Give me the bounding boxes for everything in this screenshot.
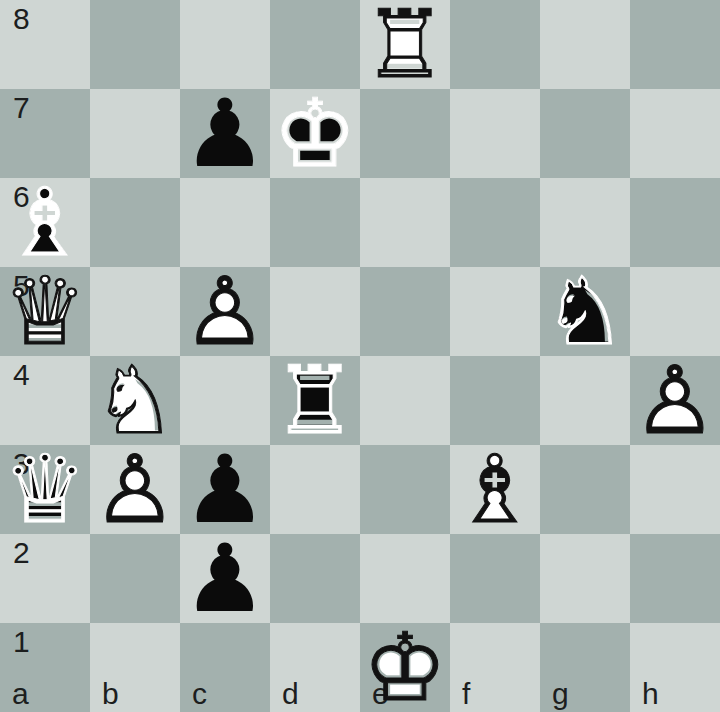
piece-white-bishop[interactable]: ♝ [450, 445, 540, 534]
piece-white-pawn[interactable]: ♟ [90, 445, 180, 534]
square-c2[interactable]: ♟ [180, 534, 270, 623]
square-f2[interactable] [450, 534, 540, 623]
square-c8[interactable] [180, 0, 270, 89]
square-h8[interactable] [630, 0, 720, 89]
square-a8[interactable]: 8 [0, 0, 90, 89]
square-f5[interactable] [450, 267, 540, 356]
square-f1[interactable]: f [450, 623, 540, 712]
piece-black-king[interactable]: ♚ [270, 89, 360, 178]
square-c3[interactable]: ♟ [180, 445, 270, 534]
square-g7[interactable] [540, 89, 630, 178]
piece-white-king[interactable]: ♚ [360, 623, 450, 712]
square-a4[interactable]: 4 [0, 356, 90, 445]
piece-black-pawn[interactable]: ♟ [180, 534, 270, 623]
square-h6[interactable] [630, 178, 720, 267]
piece-black-queen[interactable]: ♛ [0, 445, 90, 534]
square-h3[interactable] [630, 445, 720, 534]
square-g3[interactable] [540, 445, 630, 534]
file-label-a: a [12, 679, 29, 709]
file-label-h: h [642, 679, 659, 709]
square-g1[interactable]: g [540, 623, 630, 712]
piece-black-knight[interactable]: ♞ [540, 267, 630, 356]
file-label-f: f [462, 679, 470, 709]
square-b4[interactable]: ♞♘ [90, 356, 180, 445]
square-f3[interactable]: ♝♗ [450, 445, 540, 534]
square-b6[interactable] [90, 178, 180, 267]
square-a3[interactable]: 3♛♕ [0, 445, 90, 534]
square-f7[interactable] [450, 89, 540, 178]
file-label-g: g [552, 679, 569, 709]
square-e3[interactable] [360, 445, 450, 534]
square-d1[interactable]: d [270, 623, 360, 712]
piece-white-rook[interactable]: ♜ [360, 0, 450, 89]
square-e8[interactable]: ♜♖ [360, 0, 450, 89]
square-b1[interactable]: b [90, 623, 180, 712]
square-c1[interactable]: c [180, 623, 270, 712]
square-e7[interactable] [360, 89, 450, 178]
square-d4[interactable]: ♜♖ [270, 356, 360, 445]
square-b3[interactable]: ♟♙ [90, 445, 180, 534]
square-f8[interactable] [450, 0, 540, 89]
square-d6[interactable] [270, 178, 360, 267]
square-b5[interactable] [90, 267, 180, 356]
piece-white-queen[interactable]: ♛ [0, 267, 90, 356]
square-d8[interactable] [270, 0, 360, 89]
square-a5[interactable]: 5♛♕ [0, 267, 90, 356]
square-f4[interactable] [450, 356, 540, 445]
square-g8[interactable] [540, 0, 630, 89]
square-d3[interactable] [270, 445, 360, 534]
square-e4[interactable] [360, 356, 450, 445]
square-g4[interactable] [540, 356, 630, 445]
square-e2[interactable] [360, 534, 450, 623]
square-a1[interactable]: 1a [0, 623, 90, 712]
piece-white-pawn[interactable]: ♟ [630, 356, 720, 445]
square-e5[interactable] [360, 267, 450, 356]
square-h4[interactable]: ♟♙ [630, 356, 720, 445]
square-a7[interactable]: 7 [0, 89, 90, 178]
rank-label-7: 7 [13, 93, 30, 123]
square-a6[interactable]: 6♝♗ [0, 178, 90, 267]
rank-label-8: 8 [13, 4, 30, 34]
square-d2[interactable] [270, 534, 360, 623]
rank-label-1: 1 [13, 627, 30, 657]
chess-board: 8♜♖7♟♚♔6♝♗5♛♕♟♙♞♘4♞♘♜♖♟♙3♛♕♟♙♟♝♗2♟1abcde… [0, 0, 720, 712]
piece-black-pawn[interactable]: ♟ [180, 89, 270, 178]
piece-white-pawn[interactable]: ♟ [180, 267, 270, 356]
square-b2[interactable] [90, 534, 180, 623]
square-h1[interactable]: h [630, 623, 720, 712]
square-a2[interactable]: 2 [0, 534, 90, 623]
square-b7[interactable] [90, 89, 180, 178]
square-d7[interactable]: ♚♔ [270, 89, 360, 178]
square-g2[interactable] [540, 534, 630, 623]
square-h5[interactable] [630, 267, 720, 356]
piece-white-knight[interactable]: ♞ [90, 356, 180, 445]
file-label-d: d [282, 679, 299, 709]
square-e6[interactable] [360, 178, 450, 267]
square-f6[interactable] [450, 178, 540, 267]
square-h2[interactable] [630, 534, 720, 623]
piece-black-pawn[interactable]: ♟ [180, 445, 270, 534]
square-c6[interactable] [180, 178, 270, 267]
square-c7[interactable]: ♟ [180, 89, 270, 178]
square-c5[interactable]: ♟♙ [180, 267, 270, 356]
square-g6[interactable] [540, 178, 630, 267]
square-b8[interactable] [90, 0, 180, 89]
square-e1[interactable]: e♚♔ [360, 623, 450, 712]
file-label-b: b [102, 679, 119, 709]
piece-black-rook[interactable]: ♜ [270, 356, 360, 445]
square-g5[interactable]: ♞♘ [540, 267, 630, 356]
square-c4[interactable] [180, 356, 270, 445]
piece-black-bishop[interactable]: ♝ [0, 178, 90, 267]
square-h7[interactable] [630, 89, 720, 178]
square-d5[interactable] [270, 267, 360, 356]
file-label-c: c [192, 679, 207, 709]
